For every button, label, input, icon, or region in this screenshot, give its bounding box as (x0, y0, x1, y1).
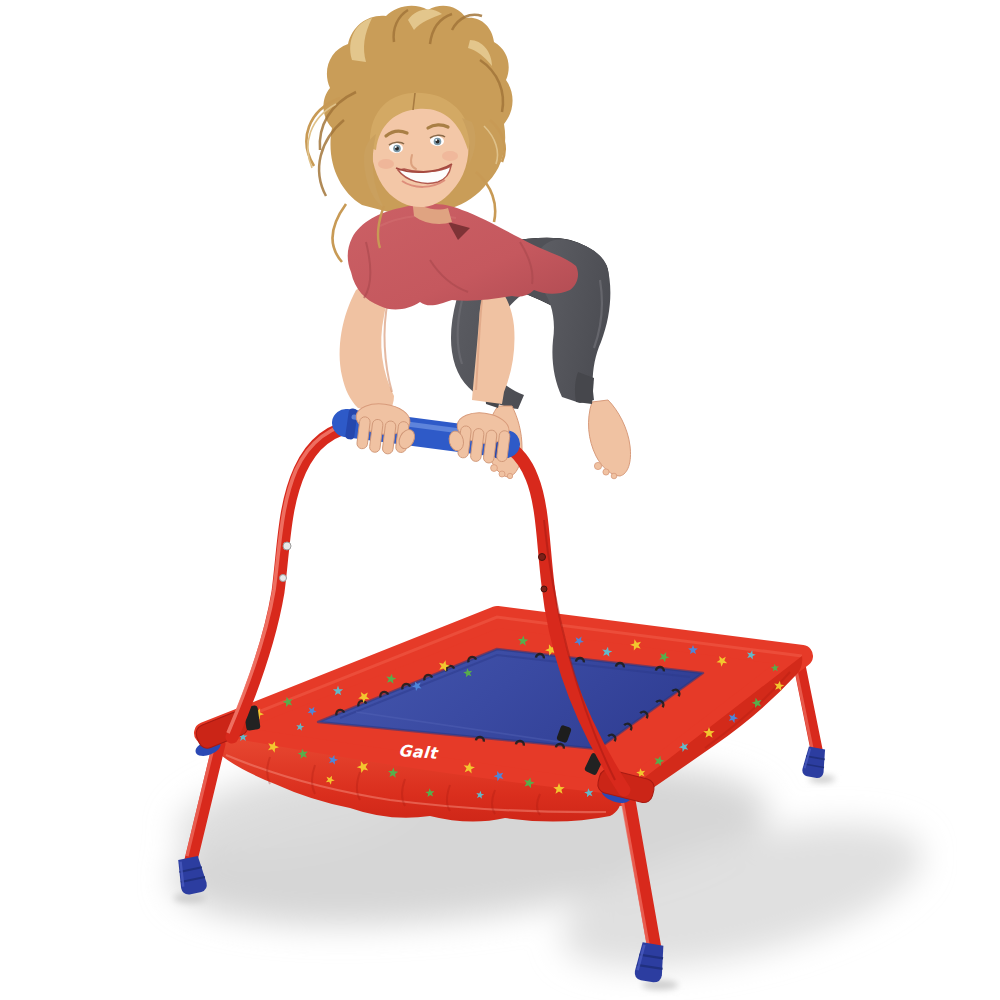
handlebar-screws (280, 542, 548, 592)
brand-logo: Galt (398, 741, 440, 763)
product-photo: Galt (0, 0, 1000, 1000)
cheek-blush2 (442, 151, 458, 161)
girl (306, 6, 630, 479)
scene-illustration: Galt (0, 0, 1000, 1000)
leg-cap-back-right (801, 746, 827, 779)
cheek-blush (378, 159, 394, 169)
trampoline-back-right-leg (794, 658, 835, 783)
